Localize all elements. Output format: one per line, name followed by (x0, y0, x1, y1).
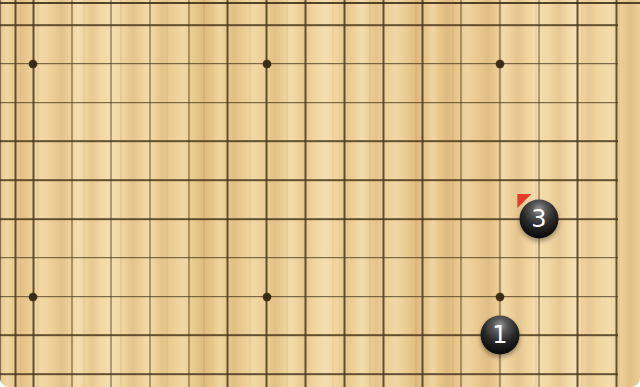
board-left-edge-line (0, 0, 1, 387)
board-top-edge-line (0, 2, 640, 4)
move-number: 1 (492, 323, 507, 348)
move-number: 3 (531, 207, 546, 232)
star-point (495, 292, 504, 301)
star-point (262, 292, 271, 301)
board-viewport: 13 (0, 0, 640, 387)
grid-vertical-lines (0, 0, 640, 387)
stone-black-Q3[interactable]: 1 (480, 316, 519, 355)
star-point (29, 59, 38, 68)
star-point (29, 292, 38, 301)
grid-horizontal-lines (0, 0, 618, 387)
star-point (262, 59, 271, 68)
star-point (495, 59, 504, 68)
go-board[interactable]: 13 (0, 0, 640, 387)
stone-black-R6[interactable]: 3 (519, 200, 558, 239)
